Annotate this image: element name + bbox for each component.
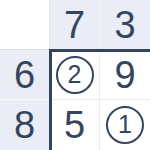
cell-value: 7 — [64, 6, 85, 44]
sudoku-cell-r2c2[interactable]: 1 — [100, 100, 150, 150]
sudoku-cell-r0c1[interactable]: 7 — [50, 0, 100, 50]
cell-value: 5 — [64, 106, 85, 144]
cell-value: 9 — [114, 56, 135, 94]
circled-digit: 1 — [106, 106, 144, 144]
sudoku-cell-r2c1[interactable]: 5 — [50, 100, 100, 150]
sudoku-cell-r1c0[interactable]: 6 — [0, 50, 50, 100]
sudoku-board: 7 3 6 2 9 8 5 1 — [0, 0, 150, 150]
sudoku-cell-r1c2[interactable]: 9 — [100, 50, 150, 100]
sudoku-cell-r0c0[interactable] — [0, 0, 50, 50]
circled-digit: 2 — [56, 56, 94, 94]
cell-value: 8 — [14, 106, 35, 144]
cell-value: 6 — [14, 56, 35, 94]
sudoku-cell-r2c0[interactable]: 8 — [0, 100, 50, 150]
sudoku-cell-r0c2[interactable]: 3 — [100, 0, 150, 50]
cell-value: 3 — [114, 6, 135, 44]
sudoku-cell-r1c1[interactable]: 2 — [50, 50, 100, 100]
